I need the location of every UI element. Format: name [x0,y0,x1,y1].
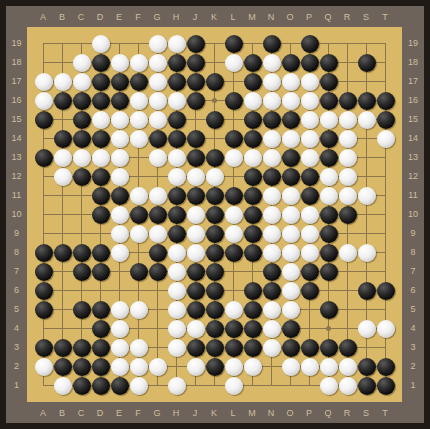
white-stone-O14 [282,130,300,148]
black-stone-J5 [187,301,205,319]
white-stone-N10 [263,206,281,224]
black-stone-H14 [168,130,186,148]
black-stone-B2 [54,358,72,376]
col-label-J: J [186,408,205,418]
white-stone-P9 [301,225,319,243]
black-stone-P11 [301,187,319,205]
black-stone-P18 [301,54,319,72]
white-stone-P14 [301,130,319,148]
white-stone-H8 [168,244,186,262]
corner-bottom-left [6,402,27,423]
col-label-B: B [53,408,72,418]
black-stone-K11 [206,187,224,205]
white-stone-M16 [244,92,262,110]
white-stone-P17 [301,73,319,91]
column-labels-top: ABCDEFGHJKLMNOPQRST [27,6,402,27]
black-stone-N15 [263,111,281,129]
black-stone-A5 [35,301,53,319]
col-label-M: M [243,12,262,22]
col-label-A: A [34,408,53,418]
black-stone-L8 [225,244,243,262]
black-stone-C8 [73,244,91,262]
black-stone-P3 [301,339,319,357]
row-label-19: 19 [6,34,27,53]
white-stone-N4 [263,320,281,338]
black-stone-S2 [358,358,376,376]
white-stone-G15 [149,111,167,129]
white-stone-J2 [187,358,205,376]
white-stone-E14 [111,130,129,148]
white-stone-O5 [282,301,300,319]
col-label-G: G [148,12,167,22]
white-stone-P2 [301,358,319,376]
white-stone-L2 [225,358,243,376]
white-stone-H19 [168,35,186,53]
white-stone-Q2 [320,358,338,376]
black-stone-D2 [92,358,110,376]
black-stone-E11 [111,187,129,205]
black-stone-D14 [92,130,110,148]
black-stone-E17 [111,73,129,91]
white-stone-N9 [263,225,281,243]
white-stone-P13 [301,149,319,167]
black-stone-D11 [92,187,110,205]
white-stone-M13 [244,149,262,167]
col-label-S: S [357,408,376,418]
col-label-A: A [34,12,53,22]
col-label-Q: Q [319,12,338,22]
white-stone-C13 [73,149,91,167]
white-stone-R2 [339,358,357,376]
row-label-12: 12 [6,167,27,186]
row-label-3: 3 [403,338,424,357]
black-stone-D1 [92,377,110,395]
black-stone-T6 [377,282,395,300]
black-stone-J11 [187,187,205,205]
white-stone-O8 [282,244,300,262]
row-label-18: 18 [403,53,424,72]
white-stone-G11 [149,187,167,205]
white-stone-E18 [111,54,129,72]
black-stone-O18 [282,54,300,72]
col-label-G: G [148,408,167,418]
col-label-S: S [357,12,376,22]
white-stone-L9 [225,225,243,243]
black-stone-A15 [35,111,53,129]
black-stone-K8 [206,244,224,262]
white-stone-R12 [339,168,357,186]
black-stone-M15 [244,111,262,129]
row-label-7: 7 [403,262,424,281]
black-stone-G7 [149,263,167,281]
black-stone-K2 [206,358,224,376]
black-stone-M6 [244,282,262,300]
black-stone-B16 [54,92,72,110]
white-stone-G13 [149,149,167,167]
go-board[interactable] [27,27,402,402]
col-label-L: L [224,408,243,418]
black-stone-M4 [244,320,262,338]
row-label-4: 4 [6,319,27,338]
white-stone-D19 [92,35,110,53]
white-stone-N8 [263,244,281,262]
white-stone-N16 [263,92,281,110]
col-label-E: E [110,408,129,418]
row-label-13: 13 [6,148,27,167]
white-stone-B13 [54,149,72,167]
white-stone-C18 [73,54,91,72]
white-stone-Q1 [320,377,338,395]
white-stone-L1 [225,377,243,395]
white-stone-B1 [54,377,72,395]
black-stone-R16 [339,92,357,110]
white-stone-C17 [73,73,91,91]
white-stone-H6 [168,282,186,300]
black-stone-A7 [35,263,53,281]
black-stone-L3 [225,339,243,357]
row-label-3: 3 [6,338,27,357]
row-label-15: 15 [403,110,424,129]
black-stone-M12 [244,168,262,186]
white-stone-K12 [206,168,224,186]
white-stone-O17 [282,73,300,91]
black-stone-H17 [168,73,186,91]
row-label-11: 11 [6,186,27,205]
white-stone-P8 [301,244,319,262]
row-label-13: 13 [403,148,424,167]
black-stone-J13 [187,149,205,167]
black-stone-H18 [168,54,186,72]
black-stone-O12 [282,168,300,186]
white-stone-O16 [282,92,300,110]
row-label-4: 4 [403,319,424,338]
white-stone-A16 [35,92,53,110]
white-stone-O11 [282,187,300,205]
row-label-11: 11 [403,186,424,205]
white-stone-F9 [130,225,148,243]
white-stone-H1 [168,377,186,395]
white-stone-L13 [225,149,243,167]
white-stone-N5 [263,301,281,319]
col-label-H: H [167,12,186,22]
white-stone-L5 [225,301,243,319]
col-label-L: L [224,12,243,22]
white-stone-B17 [54,73,72,91]
black-stone-Q16 [320,92,338,110]
col-label-F: F [129,12,148,22]
black-stone-D10 [92,206,110,224]
black-stone-M10 [244,206,262,224]
black-stone-C1 [73,377,91,395]
black-stone-B14 [54,130,72,148]
white-stone-S4 [358,320,376,338]
white-stone-J8 [187,244,205,262]
black-stone-D12 [92,168,110,186]
black-stone-G10 [149,206,167,224]
black-stone-R10 [339,206,357,224]
black-stone-J14 [187,130,205,148]
white-stone-O7 [282,263,300,281]
white-stone-F3 [130,339,148,357]
col-label-R: R [338,408,357,418]
black-stone-D18 [92,54,110,72]
white-stone-O2 [282,358,300,376]
black-stone-M11 [244,187,262,205]
black-stone-H15 [168,111,186,129]
col-label-P: P [300,12,319,22]
white-stone-R11 [339,187,357,205]
black-stone-P6 [301,282,319,300]
black-stone-O15 [282,111,300,129]
white-stone-O6 [282,282,300,300]
row-label-2: 2 [6,357,27,376]
star-point [326,326,331,331]
white-stone-H16 [168,92,186,110]
star-point [212,98,217,103]
white-stone-E9 [111,225,129,243]
black-stone-Q3 [320,339,338,357]
black-stone-G8 [149,244,167,262]
black-stone-T15 [377,111,395,129]
col-label-C: C [72,12,91,22]
white-stone-N14 [263,130,281,148]
black-stone-P7 [301,263,319,281]
white-stone-S15 [358,111,376,129]
row-label-17: 17 [403,72,424,91]
black-stone-Q5 [320,301,338,319]
white-stone-G2 [149,358,167,376]
black-stone-S1 [358,377,376,395]
black-stone-C12 [73,168,91,186]
black-stone-C3 [73,339,91,357]
black-stone-K7 [206,263,224,281]
white-stone-N3 [263,339,281,357]
white-stone-T14 [377,130,395,148]
white-stone-B12 [54,168,72,186]
black-stone-H9 [168,225,186,243]
black-stone-J17 [187,73,205,91]
black-stone-K17 [206,73,224,91]
white-stone-H3 [168,339,186,357]
column-labels-bottom: ABCDEFGHJKLMNOPQRST [27,402,402,423]
black-stone-M18 [244,54,262,72]
white-stone-E4 [111,320,129,338]
row-labels-left: 19181716151413121110987654321 [6,27,27,402]
white-stone-N13 [263,149,281,167]
black-stone-J16 [187,92,205,110]
black-stone-N12 [263,168,281,186]
row-label-8: 8 [6,243,27,262]
row-label-8: 8 [403,243,424,262]
black-stone-D4 [92,320,110,338]
black-stone-C7 [73,263,91,281]
black-stone-K9 [206,225,224,243]
col-label-E: E [110,12,129,22]
black-stone-D17 [92,73,110,91]
black-stone-O13 [282,149,300,167]
row-label-6: 6 [6,281,27,300]
white-stone-H7 [168,263,186,281]
white-stone-N17 [263,73,281,91]
black-stone-A3 [35,339,53,357]
col-label-C: C [72,408,91,418]
white-stone-R1 [339,377,357,395]
black-stone-M9 [244,225,262,243]
black-stone-D5 [92,301,110,319]
black-stone-M14 [244,130,262,148]
black-stone-M17 [244,73,262,91]
white-stone-H13 [168,149,186,167]
white-stone-L18 [225,54,243,72]
white-stone-F15 [130,111,148,129]
black-stone-T16 [377,92,395,110]
black-stone-D7 [92,263,110,281]
white-stone-E13 [111,149,129,167]
white-stone-G16 [149,92,167,110]
white-stone-E15 [111,111,129,129]
col-label-F: F [129,408,148,418]
white-stone-F1 [130,377,148,395]
col-label-H: H [167,408,186,418]
white-stone-O9 [282,225,300,243]
white-stone-Q12 [320,168,338,186]
white-stone-H5 [168,301,186,319]
white-stone-E12 [111,168,129,186]
row-labels-right: 19181716151413121110987654321 [402,27,424,402]
row-label-9: 9 [6,224,27,243]
white-stone-G19 [149,35,167,53]
black-stone-K3 [206,339,224,357]
white-stone-S11 [358,187,376,205]
black-stone-L14 [225,130,243,148]
goban-app: ABCDEFGHJKLMNOPQRST 19181716151413121110… [0,0,430,429]
black-stone-J6 [187,282,205,300]
white-stone-T4 [377,320,395,338]
black-stone-Q18 [320,54,338,72]
white-stone-O10 [282,206,300,224]
black-stone-J3 [187,339,205,357]
white-stone-S8 [358,244,376,262]
black-stone-M5 [244,301,262,319]
row-label-15: 15 [6,110,27,129]
black-stone-K13 [206,149,224,167]
col-label-D: D [91,408,110,418]
corner-top-right [402,6,424,27]
white-stone-F5 [130,301,148,319]
white-stone-F11 [130,187,148,205]
col-label-T: T [376,408,395,418]
row-label-19: 19 [403,34,424,53]
white-stone-E2 [111,358,129,376]
black-stone-N7 [263,263,281,281]
black-stone-A8 [35,244,53,262]
black-stone-C16 [73,92,91,110]
black-stone-D3 [92,339,110,357]
black-stone-S18 [358,54,376,72]
white-stone-L10 [225,206,243,224]
white-stone-P16 [301,92,319,110]
col-label-O: O [281,12,300,22]
black-stone-B8 [54,244,72,262]
row-label-10: 10 [6,205,27,224]
row-label-9: 9 [403,224,424,243]
col-label-O: O [281,408,300,418]
white-stone-R13 [339,149,357,167]
black-stone-Q17 [320,73,338,91]
white-stone-H4 [168,320,186,338]
row-label-17: 17 [6,72,27,91]
row-label-1: 1 [403,376,424,395]
white-stone-E10 [111,206,129,224]
board-frame: ABCDEFGHJKLMNOPQRST 19181716151413121110… [6,6,424,423]
black-stone-P19 [301,35,319,53]
black-stone-O4 [282,320,300,338]
black-stone-F10 [130,206,148,224]
black-stone-H10 [168,206,186,224]
row-label-1: 1 [6,376,27,395]
black-stone-K4 [206,320,224,338]
white-stone-Q15 [320,111,338,129]
white-stone-M2 [244,358,262,376]
black-stone-N19 [263,35,281,53]
black-stone-D8 [92,244,110,262]
row-label-5: 5 [6,300,27,319]
white-stone-J4 [187,320,205,338]
black-stone-B3 [54,339,72,357]
white-stone-P10 [301,206,319,224]
black-stone-J18 [187,54,205,72]
row-label-14: 14 [6,129,27,148]
white-stone-N11 [263,187,281,205]
white-stone-G18 [149,54,167,72]
white-stone-D15 [92,111,110,129]
black-stone-R3 [339,339,357,357]
white-stone-E3 [111,339,129,357]
white-stone-R14 [339,130,357,148]
black-stone-Q10 [320,206,338,224]
white-stone-F16 [130,92,148,110]
black-stone-L19 [225,35,243,53]
black-stone-A6 [35,282,53,300]
black-stone-L11 [225,187,243,205]
white-stone-H12 [168,168,186,186]
white-stone-J9 [187,225,205,243]
col-label-Q: Q [319,408,338,418]
black-stone-E16 [111,92,129,110]
row-label-14: 14 [403,129,424,148]
white-stone-A17 [35,73,53,91]
corner-bottom-right [402,402,424,423]
black-stone-M8 [244,244,262,262]
black-stone-D16 [92,92,110,110]
col-label-B: B [53,12,72,22]
col-label-N: N [262,12,281,22]
white-stone-R8 [339,244,357,262]
black-stone-Q14 [320,130,338,148]
row-label-10: 10 [403,205,424,224]
black-stone-Q13 [320,149,338,167]
col-label-P: P [300,408,319,418]
black-stone-J7 [187,263,205,281]
white-stone-F18 [130,54,148,72]
black-stone-P12 [301,168,319,186]
white-stone-E8 [111,244,129,262]
black-stone-H11 [168,187,186,205]
black-stone-J19 [187,35,205,53]
white-stone-R15 [339,111,357,129]
black-stone-Q8 [320,244,338,262]
row-label-7: 7 [6,262,27,281]
